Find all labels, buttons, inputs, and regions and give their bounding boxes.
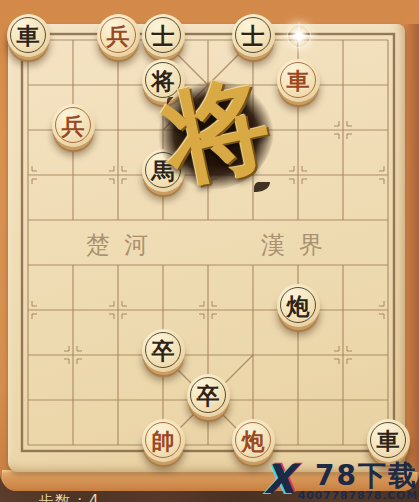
piece-glyph: 将	[152, 69, 175, 92]
piece-disc: 炮	[277, 284, 320, 327]
piece-glyph: 卒	[152, 339, 175, 362]
piece-disc: 士	[232, 14, 275, 57]
piece-disc: 将	[142, 59, 185, 102]
piece-red-soldier[interactable]: 兵	[96, 18, 141, 63]
step-counter: 步数：4	[38, 492, 101, 502]
piece-glyph: 車	[17, 24, 40, 47]
piece-glyph: 車	[377, 429, 400, 452]
piece-black-soldier[interactable]: 卒	[141, 333, 186, 378]
piece-black-chariot[interactable]: 車	[6, 18, 51, 63]
piece-disc: 卒	[187, 374, 230, 417]
piece-red-general[interactable]: 帥	[141, 423, 186, 468]
piece-disc: 車	[367, 419, 410, 462]
piece-disc: 兵	[52, 104, 95, 147]
piece-glyph: 兵	[107, 24, 130, 47]
piece-disc: 兵	[97, 14, 140, 57]
piece-disc: 車	[277, 59, 320, 102]
piece-black-general[interactable]: 将	[141, 63, 186, 108]
piece-glyph: 卒	[197, 384, 220, 407]
piece-glyph: 馬	[152, 159, 175, 182]
game-screen: 楚河 漢界 車兵士士将車兵馬炮卒卒帥炮車 将 步数：4 X 78下载 40077…	[0, 0, 419, 502]
watermark-brand: 78下载	[315, 462, 418, 490]
piece-black-cannon[interactable]: 炮	[276, 288, 321, 333]
piece-disc: 帥	[142, 419, 185, 462]
piece-red-chariot[interactable]: 車	[276, 63, 321, 108]
watermark-x-logo-icon: X	[264, 462, 295, 496]
piece-glyph: 車	[287, 69, 310, 92]
piece-disc: 馬	[142, 149, 185, 192]
piece-glyph: 兵	[62, 114, 85, 137]
piece-red-soldier[interactable]: 兵	[51, 108, 96, 153]
piece-black-horse[interactable]: 馬	[141, 153, 186, 198]
piece-disc: 車	[7, 14, 50, 57]
piece-black-advisor[interactable]: 士	[231, 18, 276, 63]
piece-glyph: 炮	[287, 294, 310, 317]
piece-black-soldier[interactable]: 卒	[186, 378, 231, 423]
piece-glyph: 士	[242, 24, 265, 47]
piece-glyph: 士	[152, 24, 175, 47]
piece-black-advisor[interactable]: 士	[141, 18, 186, 63]
xiangqi-board[interactable]: 楚河 漢界 車兵士士将車兵馬炮卒卒帥炮車	[8, 24, 405, 472]
piece-glyph: 炮	[242, 429, 265, 452]
piece-glyph: 帥	[152, 429, 175, 452]
watermark-phone: 4007787878.COM	[298, 489, 418, 502]
piece-disc: 士	[142, 14, 185, 57]
watermark: X 78下载 4007787878.COM	[264, 462, 418, 502]
last-move-sparkle-icon	[287, 24, 311, 48]
piece-disc: 卒	[142, 329, 185, 372]
pieces-grid: 車兵士士将車兵馬炮卒卒帥炮車	[6, 18, 411, 468]
